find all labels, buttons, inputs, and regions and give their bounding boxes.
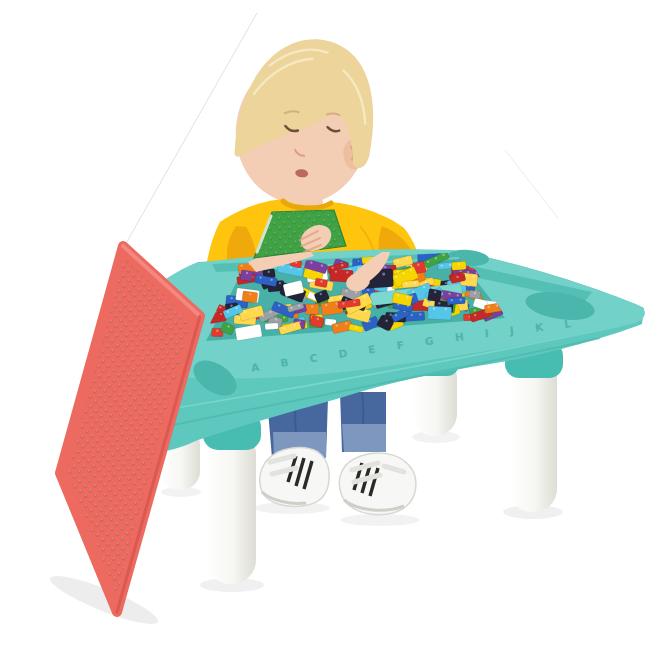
product-photo: A B C D E F G H I J K L [0,0,650,650]
front-right-leg [509,356,557,512]
jeans-right-cuff [342,424,386,452]
right-shoe-shadow [340,514,420,526]
left-sneaker [260,448,329,507]
right-sneaker [339,453,416,515]
front-left-leg [206,430,256,584]
scene-illustration: A B C D E F G H I J K L [0,0,650,650]
